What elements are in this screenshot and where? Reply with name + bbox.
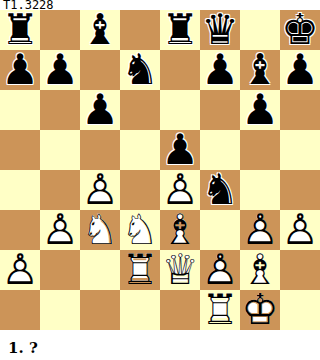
square-c5[interactable] <box>80 130 120 170</box>
square-b1[interactable] <box>40 290 80 330</box>
square-a4[interactable] <box>0 170 40 210</box>
square-f7[interactable]: ♟ <box>200 50 240 90</box>
square-h4[interactable] <box>280 170 320 210</box>
square-e8[interactable]: ♜ <box>160 10 200 50</box>
piece-black-bishop[interactable]: ♝ <box>240 50 280 90</box>
chess-app-window: T1.3228 ♜♝♜♛♚♟♟♞♟♝♟♟♟♟♟♙♟♙♞♟♙♞♘♞♘♝♗♟♙♟♙♟… <box>0 0 320 360</box>
piece-black-pawn[interactable]: ♟ <box>80 90 120 130</box>
square-b4[interactable] <box>40 170 80 210</box>
piece-black-rook[interactable]: ♜ <box>0 10 40 50</box>
square-g7[interactable]: ♝ <box>240 50 280 90</box>
piece-black-knight[interactable]: ♞ <box>200 170 240 210</box>
piece-white-rook[interactable]: ♜♖ <box>200 290 240 330</box>
square-h1[interactable] <box>280 290 320 330</box>
square-b8[interactable] <box>40 10 80 50</box>
square-c4[interactable]: ♟♙ <box>80 170 120 210</box>
square-h5[interactable] <box>280 130 320 170</box>
piece-black-pawn[interactable]: ♟ <box>280 50 320 90</box>
square-f5[interactable] <box>200 130 240 170</box>
square-e4[interactable]: ♟♙ <box>160 170 200 210</box>
square-g1[interactable]: ♚♔ <box>240 290 280 330</box>
square-f4[interactable]: ♞ <box>200 170 240 210</box>
piece-white-pawn[interactable]: ♟♙ <box>240 210 280 250</box>
piece-black-bishop[interactable]: ♝ <box>80 10 120 50</box>
square-h7[interactable]: ♟ <box>280 50 320 90</box>
square-h8[interactable]: ♚ <box>280 10 320 50</box>
piece-black-pawn[interactable]: ♟ <box>160 130 200 170</box>
square-e2[interactable]: ♛♕ <box>160 250 200 290</box>
square-c3[interactable]: ♞♘ <box>80 210 120 250</box>
piece-black-pawn[interactable]: ♟ <box>200 50 240 90</box>
test-label: T1.3228 <box>0 0 320 10</box>
square-b5[interactable] <box>40 130 80 170</box>
square-b7[interactable]: ♟ <box>40 50 80 90</box>
square-e7[interactable] <box>160 50 200 90</box>
square-d5[interactable] <box>120 130 160 170</box>
square-g5[interactable] <box>240 130 280 170</box>
square-c6[interactable]: ♟ <box>80 90 120 130</box>
square-e5[interactable]: ♟ <box>160 130 200 170</box>
square-a3[interactable] <box>0 210 40 250</box>
piece-white-pawn[interactable]: ♟♙ <box>160 170 200 210</box>
square-f1[interactable]: ♜♖ <box>200 290 240 330</box>
square-a6[interactable] <box>0 90 40 130</box>
square-b3[interactable]: ♟♙ <box>40 210 80 250</box>
square-f2[interactable]: ♟♙ <box>200 250 240 290</box>
square-d1[interactable] <box>120 290 160 330</box>
square-g8[interactable] <box>240 10 280 50</box>
piece-white-king[interactable]: ♚♔ <box>240 290 280 330</box>
square-a2[interactable]: ♟♙ <box>0 250 40 290</box>
square-a8[interactable]: ♜ <box>0 10 40 50</box>
square-d8[interactable] <box>120 10 160 50</box>
square-g6[interactable]: ♟ <box>240 90 280 130</box>
square-a7[interactable]: ♟ <box>0 50 40 90</box>
piece-white-knight[interactable]: ♞♘ <box>80 210 120 250</box>
chess-board: ♜♝♜♛♚♟♟♞♟♝♟♟♟♟♟♙♟♙♞♟♙♞♘♞♘♝♗♟♙♟♙♟♙♜♖♛♕♟♙♝… <box>0 10 320 330</box>
piece-black-knight[interactable]: ♞ <box>120 50 160 90</box>
piece-white-knight[interactable]: ♞♘ <box>120 210 160 250</box>
square-c1[interactable] <box>80 290 120 330</box>
piece-white-bishop[interactable]: ♝♗ <box>160 210 200 250</box>
piece-white-pawn[interactable]: ♟♙ <box>0 250 40 290</box>
square-e6[interactable] <box>160 90 200 130</box>
piece-white-pawn[interactable]: ♟♙ <box>80 170 120 210</box>
square-g2[interactable]: ♝♗ <box>240 250 280 290</box>
square-f8[interactable]: ♛ <box>200 10 240 50</box>
square-d4[interactable] <box>120 170 160 210</box>
square-h3[interactable]: ♟♙ <box>280 210 320 250</box>
square-c8[interactable]: ♝ <box>80 10 120 50</box>
square-g3[interactable]: ♟♙ <box>240 210 280 250</box>
square-b6[interactable] <box>40 90 80 130</box>
piece-white-pawn[interactable]: ♟♙ <box>40 210 80 250</box>
square-h2[interactable] <box>280 250 320 290</box>
piece-white-queen[interactable]: ♛♕ <box>160 250 200 290</box>
piece-white-bishop[interactable]: ♝♗ <box>240 250 280 290</box>
square-d7[interactable]: ♞ <box>120 50 160 90</box>
square-d6[interactable] <box>120 90 160 130</box>
square-h6[interactable] <box>280 90 320 130</box>
square-f6[interactable] <box>200 90 240 130</box>
piece-black-pawn[interactable]: ♟ <box>240 90 280 130</box>
square-e1[interactable] <box>160 290 200 330</box>
move-prompt: 1. ? <box>0 330 320 360</box>
square-c2[interactable] <box>80 250 120 290</box>
piece-black-pawn[interactable]: ♟ <box>40 50 80 90</box>
square-e3[interactable]: ♝♗ <box>160 210 200 250</box>
square-d2[interactable]: ♜♖ <box>120 250 160 290</box>
square-d3[interactable]: ♞♘ <box>120 210 160 250</box>
square-a5[interactable] <box>0 130 40 170</box>
square-b2[interactable] <box>40 250 80 290</box>
square-c7[interactable] <box>80 50 120 90</box>
piece-black-king[interactable]: ♚ <box>280 10 320 50</box>
piece-black-rook[interactable]: ♜ <box>160 10 200 50</box>
piece-white-rook[interactable]: ♜♖ <box>120 250 160 290</box>
square-g4[interactable] <box>240 170 280 210</box>
square-a1[interactable] <box>0 290 40 330</box>
piece-white-pawn[interactable]: ♟♙ <box>280 210 320 250</box>
square-f3[interactable] <box>200 210 240 250</box>
piece-black-queen[interactable]: ♛ <box>200 10 240 50</box>
piece-black-pawn[interactable]: ♟ <box>0 50 40 90</box>
piece-white-pawn[interactable]: ♟♙ <box>200 250 240 290</box>
